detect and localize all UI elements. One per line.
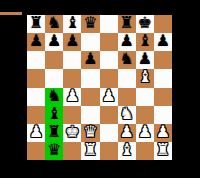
square-h6[interactable] [154, 51, 172, 69]
square-f2[interactable]: ♟ [118, 124, 136, 142]
square-c5[interactable] [63, 69, 81, 87]
square-c1[interactable] [63, 142, 81, 160]
square-b4[interactable]: ♞ [45, 88, 63, 106]
square-e2[interactable] [100, 124, 118, 142]
piece-black-pawn: ♟ [138, 51, 152, 67]
piece-black-knight: ♞ [47, 88, 61, 104]
square-b3[interactable]: ♝ [45, 106, 63, 124]
square-f5[interactable] [118, 69, 136, 87]
piece-black-pawn: ♟ [83, 51, 97, 67]
piece-black-king: ♚ [138, 15, 152, 31]
square-b7[interactable]: ♟ [45, 33, 63, 51]
square-f6[interactable]: ♞ [118, 51, 136, 69]
piece-black-rook: ♜ [120, 15, 134, 31]
square-f3[interactable]: ♞ [118, 106, 136, 124]
piece-black-bishop: ♝ [138, 33, 152, 49]
square-a3[interactable] [27, 106, 45, 124]
square-a2[interactable]: ♟ [27, 124, 45, 142]
square-b5[interactable] [45, 69, 63, 87]
square-a1[interactable] [27, 142, 45, 160]
square-e3[interactable] [100, 106, 118, 124]
square-b6[interactable] [45, 51, 63, 69]
square-d3[interactable] [81, 106, 99, 124]
square-c2[interactable]: ♚ [63, 124, 81, 142]
square-d1[interactable]: ♜ [81, 142, 99, 160]
square-h7[interactable]: ♟ [154, 33, 172, 51]
square-g2[interactable]: ♟ [136, 124, 154, 142]
square-f4[interactable] [118, 88, 136, 106]
piece-black-pawn: ♟ [65, 33, 79, 49]
piece-black-knight: ♞ [120, 51, 134, 67]
square-c4[interactable]: ♟ [63, 88, 81, 106]
piece-black-bishop: ♝ [47, 106, 61, 122]
piece-white-pawn: ♟ [101, 88, 115, 104]
square-h8[interactable] [154, 15, 172, 33]
piece-white-rook: ♜ [156, 142, 170, 158]
square-d2[interactable]: ♛ [81, 124, 99, 142]
square-d7[interactable] [81, 33, 99, 51]
square-a6[interactable] [27, 51, 45, 69]
piece-white-bishop: ♝ [138, 69, 152, 85]
piece-black-queen: ♛ [83, 15, 97, 31]
square-f7[interactable]: ♟ [118, 33, 136, 51]
chess-board: ♜♞♝♛♜♚♟♟♟♟♝♟♟♞♟♝♞♟♟♝♞♟♜♚♛♟♟♟♛♜♝♜ [27, 15, 172, 160]
piece-white-knight: ♞ [120, 106, 134, 122]
piece-white-pawn: ♟ [29, 124, 43, 140]
square-d8[interactable]: ♛ [81, 15, 99, 33]
square-b8[interactable]: ♞ [45, 15, 63, 33]
square-a7[interactable]: ♟ [27, 33, 45, 51]
square-h3[interactable] [154, 106, 172, 124]
piece-white-pawn: ♟ [138, 124, 152, 140]
square-d4[interactable] [81, 88, 99, 106]
piece-white-pawn: ♟ [120, 124, 134, 140]
square-h1[interactable]: ♜ [154, 142, 172, 160]
square-d6[interactable]: ♟ [81, 51, 99, 69]
piece-white-queen: ♛ [83, 124, 97, 140]
square-e8[interactable] [100, 15, 118, 33]
square-g7[interactable]: ♝ [136, 33, 154, 51]
piece-white-pawn: ♟ [156, 124, 170, 140]
square-b2[interactable]: ♜ [45, 124, 63, 142]
square-f1[interactable]: ♝ [118, 142, 136, 160]
square-f8[interactable]: ♜ [118, 15, 136, 33]
square-g6[interactable]: ♟ [136, 51, 154, 69]
square-h4[interactable] [154, 88, 172, 106]
square-a5[interactable] [27, 69, 45, 87]
square-g4[interactable] [136, 88, 154, 106]
square-g5[interactable]: ♝ [136, 69, 154, 87]
piece-black-queen: ♛ [47, 142, 61, 158]
square-g8[interactable]: ♚ [136, 15, 154, 33]
square-g3[interactable] [136, 106, 154, 124]
screen-artifact-strip [0, 12, 22, 15]
square-g1[interactable] [136, 142, 154, 160]
square-h2[interactable]: ♟ [154, 124, 172, 142]
square-h5[interactable] [154, 69, 172, 87]
square-e1[interactable] [100, 142, 118, 160]
square-b1[interactable]: ♛ [45, 142, 63, 160]
square-e6[interactable] [100, 51, 118, 69]
piece-black-rook: ♜ [47, 124, 61, 140]
square-e4[interactable]: ♟ [100, 88, 118, 106]
square-c6[interactable] [63, 51, 81, 69]
square-c3[interactable] [63, 106, 81, 124]
piece-white-king: ♚ [65, 124, 79, 140]
square-e7[interactable] [100, 33, 118, 51]
piece-black-pawn: ♟ [156, 33, 170, 49]
square-c8[interactable]: ♝ [63, 15, 81, 33]
piece-white-bishop: ♝ [120, 142, 134, 158]
square-e5[interactable] [100, 69, 118, 87]
piece-black-bishop: ♝ [65, 15, 79, 31]
square-a8[interactable]: ♜ [27, 15, 45, 33]
piece-white-rook: ♜ [83, 142, 97, 158]
piece-black-pawn: ♟ [120, 33, 134, 49]
square-d5[interactable] [81, 69, 99, 87]
piece-black-knight: ♞ [47, 15, 61, 31]
piece-black-pawn: ♟ [29, 33, 43, 49]
square-a4[interactable] [27, 88, 45, 106]
piece-black-pawn: ♟ [47, 33, 61, 49]
square-c7[interactable]: ♟ [63, 33, 81, 51]
piece-white-pawn: ♟ [65, 88, 79, 104]
piece-black-rook: ♜ [29, 15, 43, 31]
